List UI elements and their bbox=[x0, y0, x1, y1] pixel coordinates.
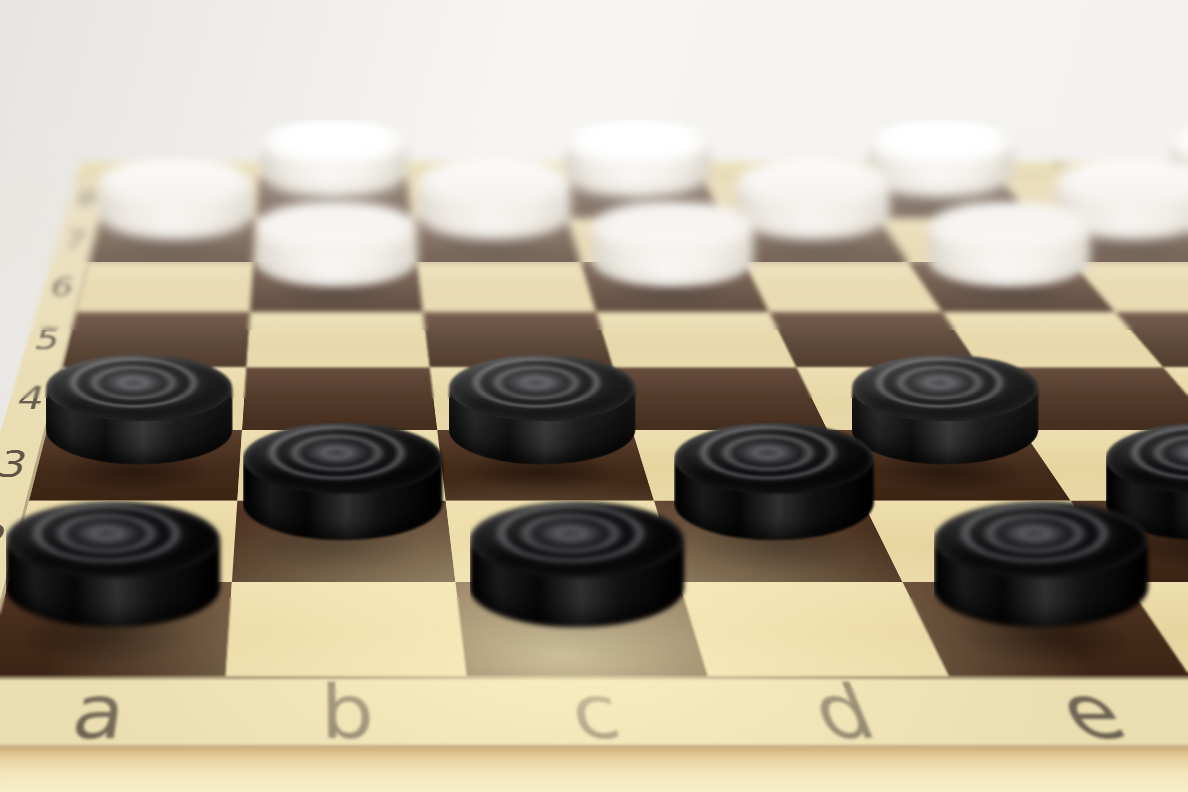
black-checker-e3: ⛂ bbox=[852, 355, 1038, 464]
square-c7: ⛀ bbox=[412, 218, 581, 262]
square-a1: ⛂ bbox=[0, 582, 232, 676]
square-b2: ⛂ bbox=[232, 501, 456, 582]
square-d1 bbox=[679, 582, 949, 676]
white-checker-b6: ⛀ bbox=[255, 201, 417, 287]
black-checker-c3: ⛂ bbox=[449, 355, 635, 464]
black-checker-e1: ⛂ bbox=[934, 501, 1149, 627]
piece-top bbox=[852, 355, 1038, 422]
square-b4 bbox=[242, 367, 437, 429]
far-file-label-c: c bbox=[405, 158, 556, 181]
far-file-label-d: d bbox=[549, 158, 705, 181]
file-labels: abcdefgh bbox=[0, 676, 1188, 745]
black-checker-c1: ⛂ bbox=[470, 501, 685, 627]
far-file-label-e: e bbox=[693, 158, 853, 181]
piece-top bbox=[934, 501, 1149, 578]
square-b1 bbox=[226, 582, 467, 676]
square-c3: ⛂ bbox=[437, 430, 654, 501]
board-front-edge bbox=[0, 745, 1188, 792]
black-checker-a3: ⛂ bbox=[46, 355, 232, 464]
square-c1: ⛂ bbox=[455, 582, 707, 676]
square-c6 bbox=[417, 263, 596, 312]
square-d6: ⛀ bbox=[581, 263, 769, 312]
square-e1: ⛂ bbox=[903, 582, 1188, 676]
far-file-label-g: g bbox=[982, 158, 1150, 181]
square-a7: ⛀ bbox=[89, 218, 256, 262]
piece-top bbox=[928, 201, 1090, 254]
piece-top bbox=[6, 501, 221, 578]
square-b5 bbox=[246, 312, 429, 367]
board-grid: ⛀⛀⛀⛀⛀⛀⛀⛀⛀⛀⛀⛀⛂⛂⛂⛂⛂⛂⛂⛂⛂⛂⛂⛂ bbox=[0, 178, 1188, 676]
square-b6: ⛀ bbox=[250, 263, 423, 312]
far-file-label-a: a bbox=[110, 158, 260, 181]
square-d4 bbox=[613, 367, 827, 429]
square-f6: ⛀ bbox=[909, 263, 1116, 312]
board-far-border: abcdefgh bbox=[76, 162, 1188, 178]
white-checker-f6: ⛀ bbox=[928, 201, 1090, 287]
checkers-board: abcdefgh 87654321 ⛀⛀⛀⛀⛀⛀⛀⛀⛀⛀⛀⛀⛂⛂⛂⛂⛂⛂⛂⛂⛂⛂… bbox=[0, 162, 1188, 745]
square-a3: ⛂ bbox=[29, 430, 242, 501]
piece-top bbox=[591, 201, 753, 254]
black-checker-b2: ⛂ bbox=[243, 423, 443, 540]
square-d2: ⛂ bbox=[654, 501, 902, 582]
black-checker-a1: ⛂ bbox=[6, 501, 221, 627]
piece-top bbox=[46, 355, 232, 422]
piece-top bbox=[243, 423, 443, 494]
square-a6 bbox=[77, 263, 253, 312]
far-file-label-b: b bbox=[259, 158, 408, 181]
checkers-photo: abcdefgh 87654321 ⛀⛀⛀⛀⛀⛀⛀⛀⛀⛀⛀⛀⛂⛂⛂⛂⛂⛂⛂⛂⛂⛂… bbox=[0, 0, 1188, 792]
far-file-label-f: f bbox=[838, 158, 1002, 181]
piece-top bbox=[255, 201, 417, 254]
piece-top bbox=[674, 423, 874, 494]
piece-top bbox=[470, 501, 685, 578]
black-checker-d2: ⛂ bbox=[674, 423, 874, 540]
piece-top bbox=[449, 355, 635, 422]
white-checker-d6: ⛀ bbox=[591, 201, 753, 287]
